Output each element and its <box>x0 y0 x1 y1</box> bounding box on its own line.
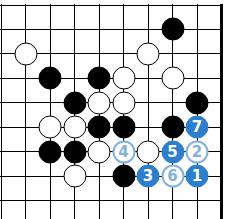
grid-hline <box>0 200 223 201</box>
move-stone-5: 5 <box>161 140 184 163</box>
black-stone <box>161 116 184 139</box>
white-stone <box>112 91 135 114</box>
grid-vline <box>1 4 2 219</box>
black-stone <box>39 140 62 163</box>
black-stone <box>88 116 111 139</box>
white-stone <box>63 165 86 188</box>
black-stone <box>186 91 209 114</box>
white-stone <box>137 140 160 163</box>
move-stone-7: 7 <box>186 116 209 139</box>
white-stone <box>88 140 111 163</box>
grid-vline <box>25 4 26 219</box>
white-stone <box>14 42 37 65</box>
white-stone <box>161 67 184 90</box>
white-stone <box>63 116 86 139</box>
move-stone-3: 3 <box>137 165 160 188</box>
grid-vline <box>50 4 51 219</box>
black-stone <box>161 18 184 41</box>
go-board-diagram: 7452361 <box>0 0 238 219</box>
black-stone <box>112 165 135 188</box>
black-stone <box>112 116 135 139</box>
white-stone <box>88 91 111 114</box>
black-stone <box>88 67 111 90</box>
grid-hline <box>0 29 223 30</box>
move-stone-1: 1 <box>186 165 209 188</box>
move-stone-2: 2 <box>186 140 209 163</box>
white-stone <box>39 116 62 139</box>
white-stone <box>137 42 160 65</box>
move-stone-6: 6 <box>161 165 184 188</box>
black-stone <box>63 140 86 163</box>
white-stone <box>112 67 135 90</box>
black-stone <box>63 91 86 114</box>
move-stone-4: 4 <box>112 140 135 163</box>
board-edge-line <box>220 4 223 219</box>
black-stone <box>39 67 62 90</box>
grid-hline <box>0 5 223 6</box>
